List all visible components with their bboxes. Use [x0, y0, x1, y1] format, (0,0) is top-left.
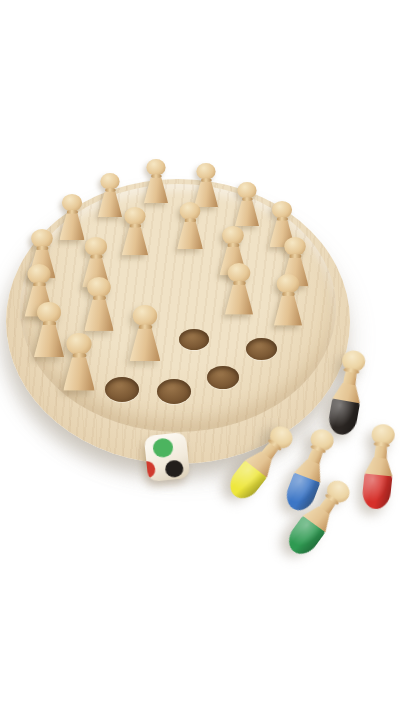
die-black-dot: [164, 459, 184, 478]
peg-head: [133, 305, 157, 326]
peg-body: [144, 177, 168, 203]
peg-body: [63, 357, 95, 391]
peg-head: [37, 302, 61, 323]
standing-peg-18[interactable]: [63, 333, 95, 392]
color-die[interactable]: [144, 432, 191, 482]
peg-head: [124, 207, 145, 225]
peg-body: [177, 222, 203, 250]
board-hole-2[interactable]: [246, 338, 277, 360]
standing-peg-14[interactable]: [84, 277, 113, 332]
board-hole-1[interactable]: [179, 329, 209, 350]
peg-head: [277, 274, 300, 294]
peg-head: [87, 277, 111, 298]
standing-peg-15[interactable]: [225, 263, 253, 316]
peg-head: [222, 226, 244, 245]
peg-head: [27, 264, 50, 284]
standing-peg-6[interactable]: [122, 207, 148, 256]
peg-body: [84, 300, 113, 331]
standing-peg-1[interactable]: [98, 173, 122, 218]
peg-body: [365, 457, 395, 477]
board-hole-3[interactable]: [207, 366, 239, 389]
peg-body: [98, 191, 122, 217]
standing-peg-16[interactable]: [274, 274, 302, 327]
peg-color-tip-black: [326, 398, 360, 437]
peg-head: [85, 237, 107, 256]
die-red-dot: [144, 460, 156, 479]
peg-body: [235, 200, 259, 226]
peg-head: [284, 237, 306, 256]
memory-chess-product-photo: [0, 0, 400, 712]
peg-body: [59, 213, 84, 240]
die-green-dot: [152, 437, 174, 458]
peg-body: [225, 285, 253, 315]
peg-head: [228, 263, 251, 283]
standing-peg-7[interactable]: [177, 202, 203, 250]
peg-color-tip-red: [361, 473, 393, 511]
standing-peg-19[interactable]: [130, 305, 161, 362]
peg-body: [34, 325, 64, 357]
standing-peg-5[interactable]: [59, 194, 84, 241]
board-hole-5[interactable]: [157, 379, 191, 404]
standing-peg-4[interactable]: [235, 182, 259, 227]
peg-head: [66, 333, 91, 355]
board-hole-4[interactable]: [105, 377, 139, 402]
peg-body: [274, 296, 302, 326]
peg-body: [122, 227, 148, 255]
standing-peg-2[interactable]: [144, 159, 168, 204]
peg-neck: [343, 371, 358, 385]
removed-peg-red[interactable]: [357, 422, 400, 517]
peg-head: [31, 229, 53, 248]
standing-peg-17[interactable]: [34, 302, 64, 358]
peg-neck: [374, 445, 388, 458]
peg-body: [130, 328, 161, 361]
